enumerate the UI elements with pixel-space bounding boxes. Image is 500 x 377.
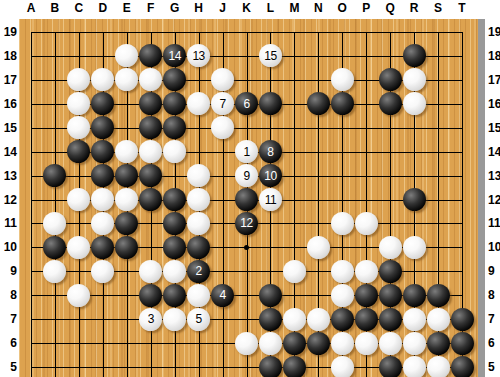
stone-Q6 [379,332,402,355]
stone-G8 [163,284,186,307]
row-label-left-18: 18 [0,48,17,64]
row-label-left-17: 17 [0,72,17,88]
stone-Q9 [379,260,402,283]
col-label-P: P [356,1,376,15]
col-label-Q: Q [380,1,400,15]
stone-R17 [403,68,426,91]
row-label-left-11: 11 [0,215,17,231]
move-number-15: 15 [264,49,276,63]
move-number-6: 6 [243,97,249,111]
stone-R8 [403,284,426,307]
col-label-G: G [165,1,185,15]
move-number-9: 9 [243,169,249,183]
col-label-H: H [189,1,209,15]
grid-line-vertical [55,32,56,377]
stone-G11 [163,212,186,235]
row-label-left-6: 6 [0,335,17,351]
stone-Q10 [379,236,402,259]
row-label-left-15: 15 [0,120,17,136]
stone-H8 [187,284,210,307]
row-label-right-9: 9 [488,263,500,279]
stone-K13: 9 [235,164,258,187]
col-label-A: A [21,1,41,15]
stone-G9 [163,260,186,283]
stone-R5 [403,356,426,377]
move-number-12: 12 [240,216,252,230]
grid-line-horizontal [31,32,463,33]
row-label-right-7: 7 [488,311,500,327]
stone-T7 [451,308,474,331]
col-label-L: L [260,1,280,15]
row-label-left-12: 12 [0,192,17,208]
stone-N6 [307,332,330,355]
move-number-5: 5 [196,312,202,326]
stone-O9 [331,260,354,283]
col-label-D: D [93,1,113,15]
stone-N16 [307,92,330,115]
stone-H10 [187,236,210,259]
stone-K6 [235,332,258,355]
stone-R6 [403,332,426,355]
stone-L8 [259,284,282,307]
stone-M6 [283,332,306,355]
row-label-right-13: 13 [488,168,500,184]
row-label-left-14: 14 [0,144,17,160]
stone-R7 [403,308,426,331]
row-label-right-18: 18 [488,48,500,64]
stone-P6 [355,332,378,355]
move-number-10: 10 [264,169,276,183]
board-shadow [478,19,485,377]
row-label-right-8: 8 [488,287,500,303]
move-number-14: 14 [168,49,180,63]
stone-O5 [331,356,354,377]
grid-line-vertical [31,32,32,377]
move-number-13: 13 [192,49,204,63]
col-label-T: T [452,1,472,15]
col-label-K: K [237,1,257,15]
row-label-left-5: 5 [0,359,17,375]
stone-O16 [331,92,354,115]
stone-F8 [139,284,162,307]
stone-O8 [331,284,354,307]
stone-Q8 [379,284,402,307]
stone-R16 [403,92,426,115]
stone-P8 [355,284,378,307]
row-label-right-14: 14 [488,144,500,160]
col-label-C: C [69,1,89,15]
grid-line-horizontal [31,56,463,57]
star-point [244,245,249,250]
col-label-J: J [213,1,233,15]
stone-O7 [331,308,354,331]
stone-N10 [307,236,330,259]
move-number-7: 7 [219,97,225,111]
stone-H11 [187,212,210,235]
stone-G12 [163,188,186,211]
stone-Q17 [379,68,402,91]
stone-P9 [355,260,378,283]
row-label-left-9: 9 [0,263,17,279]
stone-L14: 8 [259,140,282,163]
stone-F9 [139,260,162,283]
move-number-3: 3 [148,312,154,326]
row-label-left-8: 8 [0,287,17,303]
row-label-right-11: 11 [488,215,500,231]
move-number-4: 4 [219,288,225,302]
stone-H7: 5 [187,308,210,331]
row-label-right-10: 10 [488,239,500,255]
stone-Q5 [379,356,402,377]
row-label-left-13: 13 [0,168,17,184]
col-label-R: R [404,1,424,15]
stone-O6 [331,332,354,355]
stone-L13: 10 [259,164,282,187]
stone-O11 [331,212,354,235]
stone-N7 [307,308,330,331]
stone-K12 [235,188,258,211]
col-label-O: O [332,1,352,15]
row-label-left-10: 10 [0,239,17,255]
stone-M9 [283,260,306,283]
stone-K11: 12 [235,212,258,235]
stone-M7 [283,308,306,331]
move-number-8: 8 [267,145,273,159]
stone-R10 [403,236,426,259]
stone-R12 [403,188,426,211]
stone-P7 [355,308,378,331]
move-number-2: 2 [196,264,202,278]
stone-L7 [259,308,282,331]
col-label-N: N [308,1,328,15]
stone-P11 [355,212,378,235]
stone-K14: 1 [235,140,258,163]
row-label-right-16: 16 [488,96,500,112]
stone-H9: 2 [187,260,210,283]
stone-L6 [259,332,282,355]
col-label-F: F [141,1,161,15]
stone-S8 [427,284,450,307]
row-label-right-12: 12 [488,192,500,208]
row-label-right-6: 6 [488,335,500,351]
row-label-left-19: 19 [0,24,17,40]
stone-T5 [451,356,474,377]
row-label-left-7: 7 [0,311,17,327]
stone-G7 [163,308,186,331]
go-diagram: ABCDEFGHJKLMNOPQRST191918181717161615151… [0,0,500,377]
stone-R18 [403,44,426,67]
col-label-S: S [428,1,448,15]
row-label-right-19: 19 [488,24,500,40]
col-label-M: M [284,1,304,15]
stone-H12 [187,188,210,211]
stone-G10 [163,236,186,259]
stone-E10 [115,236,138,259]
stone-S5 [427,356,450,377]
row-label-right-17: 17 [488,72,500,88]
stone-C8 [67,284,90,307]
stone-L5 [259,356,282,377]
col-label-B: B [45,1,65,15]
stone-L12: 11 [259,188,282,211]
stone-D9 [91,260,114,283]
row-label-right-5: 5 [488,359,500,375]
stone-O17 [331,68,354,91]
stone-Q16 [379,92,402,115]
row-label-left-16: 16 [0,96,17,112]
move-number-1: 1 [243,145,249,159]
stone-F7: 3 [139,308,162,331]
stone-S6 [427,332,450,355]
stone-J8: 4 [211,284,234,307]
move-number-11: 11 [265,193,276,207]
col-label-E: E [117,1,137,15]
row-label-right-15: 15 [488,120,500,136]
stone-Q7 [379,308,402,331]
stone-T6 [451,332,474,355]
stone-S7 [427,308,450,331]
stone-M5 [283,356,306,377]
